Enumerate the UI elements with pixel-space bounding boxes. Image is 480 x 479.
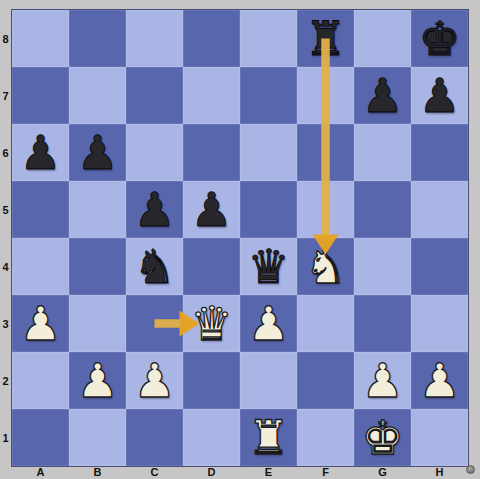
square-d5[interactable]: ♟	[183, 181, 240, 238]
square-f5[interactable]	[297, 181, 354, 238]
piece-black-pawn-b6[interactable]: ♟	[69, 124, 126, 181]
piece-white-pawn-a3[interactable]: ♟	[12, 295, 69, 352]
square-a8[interactable]	[12, 10, 69, 67]
piece-white-knight-f4[interactable]: ♞	[297, 238, 354, 295]
file-label-h: H	[430, 466, 450, 478]
square-a1[interactable]	[12, 409, 69, 466]
square-f8[interactable]: ♜	[297, 10, 354, 67]
square-e7[interactable]	[240, 67, 297, 124]
square-d3[interactable]: ♛	[183, 295, 240, 352]
rank-label-7: 7	[0, 90, 11, 102]
square-a4[interactable]	[12, 238, 69, 295]
file-label-e: E	[259, 466, 279, 478]
piece-white-king-g1[interactable]: ♚	[354, 409, 411, 466]
square-f3[interactable]	[297, 295, 354, 352]
square-e5[interactable]	[240, 181, 297, 238]
piece-black-rook-f8[interactable]: ♜	[297, 10, 354, 67]
piece-white-pawn-c2[interactable]: ♟	[126, 352, 183, 409]
square-b2[interactable]: ♟	[69, 352, 126, 409]
piece-black-king-h8[interactable]: ♚	[411, 10, 468, 67]
square-b7[interactable]	[69, 67, 126, 124]
square-f2[interactable]	[297, 352, 354, 409]
square-c5[interactable]: ♟	[126, 181, 183, 238]
square-c7[interactable]	[126, 67, 183, 124]
file-label-d: D	[202, 466, 222, 478]
square-e3[interactable]: ♟	[240, 295, 297, 352]
square-e1[interactable]: ♜	[240, 409, 297, 466]
square-g2[interactable]: ♟	[354, 352, 411, 409]
square-h2[interactable]: ♟	[411, 352, 468, 409]
square-d6[interactable]	[183, 124, 240, 181]
square-f7[interactable]	[297, 67, 354, 124]
square-e2[interactable]	[240, 352, 297, 409]
square-c6[interactable]	[126, 124, 183, 181]
square-d8[interactable]	[183, 10, 240, 67]
piece-white-pawn-g2[interactable]: ♟	[354, 352, 411, 409]
piece-black-pawn-d5[interactable]: ♟	[183, 181, 240, 238]
square-h6[interactable]	[411, 124, 468, 181]
rank-label-3: 3	[0, 318, 11, 330]
square-a7[interactable]	[12, 67, 69, 124]
square-a5[interactable]	[12, 181, 69, 238]
square-g5[interactable]	[354, 181, 411, 238]
square-h5[interactable]	[411, 181, 468, 238]
square-a6[interactable]: ♟	[12, 124, 69, 181]
square-g4[interactable]	[354, 238, 411, 295]
piece-black-pawn-a6[interactable]: ♟	[12, 124, 69, 181]
piece-white-pawn-e3[interactable]: ♟	[240, 295, 297, 352]
square-g6[interactable]	[354, 124, 411, 181]
square-b8[interactable]	[69, 10, 126, 67]
square-a3[interactable]: ♟	[12, 295, 69, 352]
file-label-a: A	[31, 466, 51, 478]
square-h8[interactable]: ♚	[411, 10, 468, 67]
piece-black-pawn-g7[interactable]: ♟	[354, 67, 411, 124]
square-h4[interactable]	[411, 238, 468, 295]
square-c8[interactable]	[126, 10, 183, 67]
square-b1[interactable]	[69, 409, 126, 466]
square-d4[interactable]	[183, 238, 240, 295]
piece-black-knight-c4[interactable]: ♞	[126, 238, 183, 295]
square-g7[interactable]: ♟	[354, 67, 411, 124]
file-label-b: B	[88, 466, 108, 478]
square-d1[interactable]	[183, 409, 240, 466]
square-d2[interactable]	[183, 352, 240, 409]
file-label-g: G	[373, 466, 393, 478]
piece-white-pawn-b2[interactable]: ♟	[69, 352, 126, 409]
square-c2[interactable]: ♟	[126, 352, 183, 409]
square-e8[interactable]	[240, 10, 297, 67]
piece-black-pawn-h7[interactable]: ♟	[411, 67, 468, 124]
piece-white-rook-e1[interactable]: ♜	[240, 409, 297, 466]
square-f4[interactable]: ♞	[297, 238, 354, 295]
square-c3[interactable]	[126, 295, 183, 352]
square-a2[interactable]	[12, 352, 69, 409]
chess-board-window: ♜♚♟♟♟♟♟♟♞♛♞♟♛♟♟♟♟♟♜♚ 87654321 ABCDEFGH	[0, 0, 480, 479]
square-g1[interactable]: ♚	[354, 409, 411, 466]
square-f1[interactable]	[297, 409, 354, 466]
square-g8[interactable]	[354, 10, 411, 67]
square-b6[interactable]: ♟	[69, 124, 126, 181]
square-h3[interactable]	[411, 295, 468, 352]
square-d7[interactable]	[183, 67, 240, 124]
square-h1[interactable]	[411, 409, 468, 466]
piece-white-pawn-h2[interactable]: ♟	[411, 352, 468, 409]
rank-label-8: 8	[0, 33, 11, 45]
square-e4[interactable]: ♛	[240, 238, 297, 295]
square-f6[interactable]	[297, 124, 354, 181]
file-label-f: F	[316, 466, 336, 478]
board: ♜♚♟♟♟♟♟♟♞♛♞♟♛♟♟♟♟♟♜♚	[11, 9, 469, 467]
square-b3[interactable]	[69, 295, 126, 352]
rank-label-5: 5	[0, 204, 11, 216]
file-label-c: C	[145, 466, 165, 478]
rank-label-4: 4	[0, 261, 11, 273]
rank-label-2: 2	[0, 375, 11, 387]
square-b5[interactable]	[69, 181, 126, 238]
square-c1[interactable]	[126, 409, 183, 466]
square-b4[interactable]	[69, 238, 126, 295]
board-squares: ♜♚♟♟♟♟♟♟♞♛♞♟♛♟♟♟♟♟♜♚	[12, 10, 468, 466]
piece-white-queen-d3[interactable]: ♛	[183, 295, 240, 352]
square-h7[interactable]: ♟	[411, 67, 468, 124]
piece-black-queen-e4[interactable]: ♛	[240, 238, 297, 295]
square-e6[interactable]	[240, 124, 297, 181]
piece-black-pawn-c5[interactable]: ♟	[126, 181, 183, 238]
square-g3[interactable]	[354, 295, 411, 352]
rank-label-1: 1	[0, 432, 11, 444]
rank-label-6: 6	[0, 147, 11, 159]
square-c4[interactable]: ♞	[126, 238, 183, 295]
corner-knob-button[interactable]	[466, 465, 475, 474]
